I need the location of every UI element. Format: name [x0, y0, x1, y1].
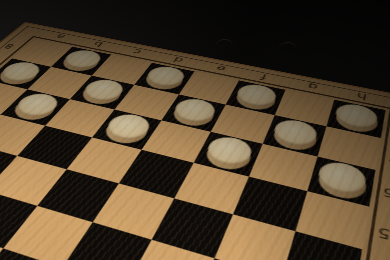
file-label-d: d — [171, 56, 185, 64]
rank-label-left-8: 8 — [2, 42, 17, 50]
file-label-b: b — [91, 40, 105, 48]
checkers-photo-stage: abcdefgh8877665544332211 — [0, 0, 390, 260]
file-label-c: c — [130, 48, 143, 56]
file-label-g: g — [306, 82, 319, 92]
file-label-e: e — [214, 64, 227, 73]
rank-label-right-6: 6 — [382, 185, 390, 200]
board-grid — [0, 39, 386, 260]
file-label-a: a — [53, 33, 67, 40]
perspective-wrapper: abcdefgh8877665544332211 — [0, 0, 390, 260]
rank-label-right-5: 5 — [376, 224, 390, 241]
file-label-h: h — [356, 91, 368, 101]
file-label-f: f — [259, 73, 268, 81]
checkers-board: abcdefgh8877665544332211 — [0, 22, 390, 260]
